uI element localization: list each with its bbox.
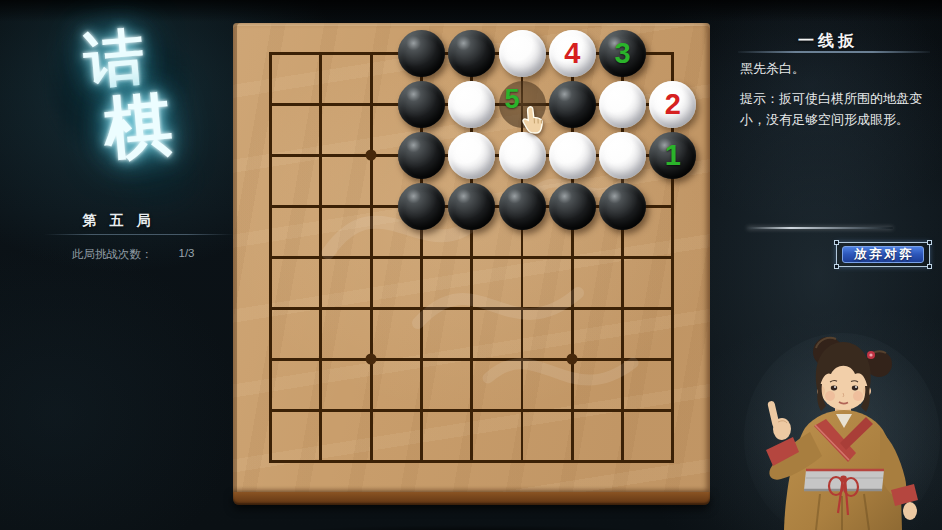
stone-white[interactable]: [448, 132, 495, 179]
puzzle-goal: 黑先杀白。: [740, 60, 805, 78]
metal-divider: [747, 227, 893, 229]
title-underline: [738, 51, 930, 53]
logo-char-2: 棋: [101, 89, 175, 163]
logo-char-1: 诘: [81, 25, 146, 90]
star-point: [366, 150, 377, 161]
ghost-move-number: 5: [504, 86, 519, 113]
frame-corner: [927, 264, 932, 269]
round-label: 第五局: [0, 212, 233, 230]
attempts-value: 1/3: [179, 247, 195, 262]
attempts-row: 此局挑战次数： 1/3: [72, 247, 233, 262]
stone-black[interactable]: [599, 183, 646, 230]
puzzle-title: 一线扳: [733, 31, 923, 52]
star-point: [567, 354, 578, 365]
stone-black[interactable]: [398, 30, 445, 77]
move-number: 1: [665, 141, 681, 170]
stone-black[interactable]: [448, 183, 495, 230]
stone-black[interactable]: [448, 30, 495, 77]
star-point: [366, 354, 377, 365]
left-panel: 诘 棋 第五局 此局挑战次数： 1/3: [0, 0, 233, 530]
stone-black[interactable]: 1: [649, 132, 696, 179]
move-number: 4: [564, 39, 580, 68]
move-number: 2: [665, 90, 681, 119]
girl-illustration: [742, 298, 942, 530]
puzzle-hint: 提示：扳可使白棋所围的地盘变小，没有足够空间形成眼形。: [740, 88, 942, 130]
move-number: 3: [615, 39, 631, 68]
attempts-label: 此局挑战次数：: [72, 247, 153, 262]
go-board[interactable]: 4321 5: [233, 23, 710, 505]
stone-white[interactable]: [499, 132, 546, 179]
stone-black[interactable]: [549, 183, 596, 230]
stone-white[interactable]: [599, 81, 646, 128]
stone-white[interactable]: 2: [649, 81, 696, 128]
frame-corner: [834, 264, 839, 269]
stone-black[interactable]: [398, 81, 445, 128]
give-up-button[interactable]: 放弃对弈: [842, 246, 924, 263]
stone-white[interactable]: 4: [549, 30, 596, 77]
left-divider: [44, 234, 234, 235]
stone-white[interactable]: [499, 30, 546, 77]
stone-black[interactable]: [499, 183, 546, 230]
board-face[interactable]: 4321 5: [233, 23, 710, 492]
stone-white[interactable]: [448, 81, 495, 128]
ghost-move-preview[interactable]: 5: [499, 81, 546, 128]
frame-corner: [834, 240, 839, 245]
give-up-button-frame: 放弃对弈: [836, 242, 930, 267]
frame-corner: [927, 240, 932, 245]
hand-cursor-icon: [519, 105, 546, 138]
stone-black[interactable]: [398, 132, 445, 179]
stone-white[interactable]: [599, 132, 646, 179]
app-root: 诘 棋 第五局 此局挑战次数： 1/3 4321 5: [0, 0, 942, 530]
stone-black[interactable]: 3: [599, 30, 646, 77]
board-shadow: [239, 523, 704, 530]
stone-white[interactable]: [549, 132, 596, 179]
stone-black[interactable]: [549, 81, 596, 128]
board-side-edge: [233, 492, 710, 505]
stone-black[interactable]: [398, 183, 445, 230]
